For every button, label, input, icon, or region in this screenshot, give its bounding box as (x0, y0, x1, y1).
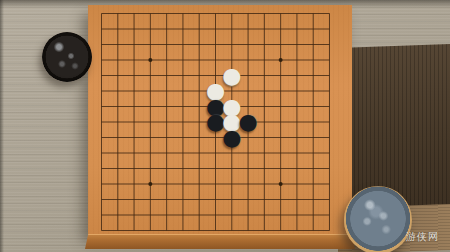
star-point (279, 58, 283, 62)
board-front-edge (85, 234, 355, 249)
board-grid[interactable]: ●●●●●●●● (101, 13, 330, 231)
star-point (148, 182, 152, 186)
watermark: 游侠网 (406, 230, 439, 244)
go-board[interactable]: ●●●●●●●● (88, 5, 352, 234)
white-stone-bowl[interactable] (344, 186, 412, 252)
black-stone-I7[interactable]: ● (222, 126, 241, 148)
scene: ●●●●●●●● 游侠网 (0, 0, 450, 252)
black-stone-bowl[interactable] (42, 32, 92, 82)
star-point (148, 58, 152, 62)
left-shadow (0, 0, 4, 252)
dark-mat (338, 44, 450, 212)
star-point (279, 182, 283, 186)
